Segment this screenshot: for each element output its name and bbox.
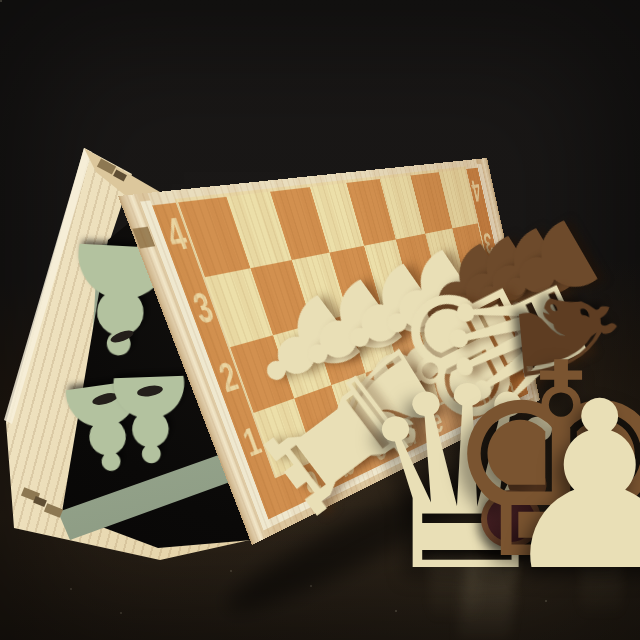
table-dust-specks (0, 0, 2, 2)
standing-cream-pawn: ♟ (496, 371, 640, 603)
chess-set-photo: ♟ ♟ ♟ 43214321abcdefgh ♟ ♟ ♟ ♟ ♟ ♟ ♟ ♟ ♝… (0, 0, 640, 640)
